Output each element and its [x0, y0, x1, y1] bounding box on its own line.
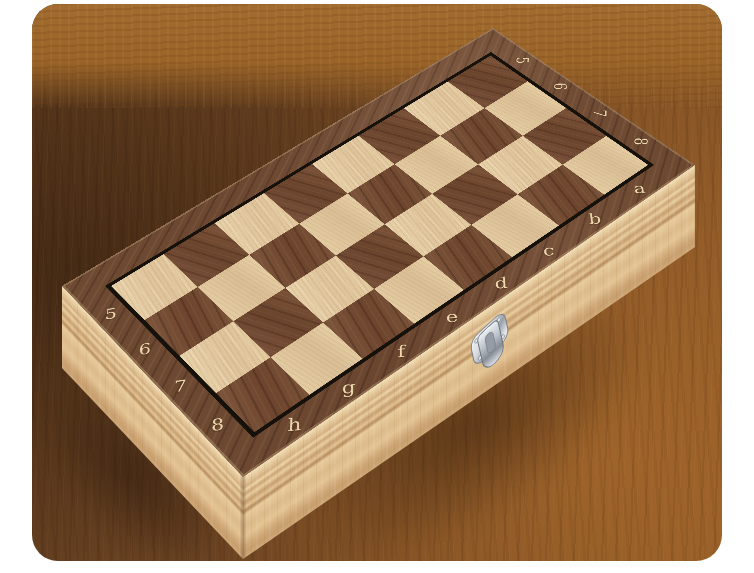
file-label-f: f [388, 341, 414, 363]
file-label-c: c [535, 241, 561, 261]
rank-label-left-8: 8 [204, 412, 230, 436]
product-photo: 56785678hgfedcba [32, 4, 722, 561]
rank-label-right-5: 5 [510, 53, 533, 67]
rank-label-right-8: 8 [628, 134, 651, 150]
file-label-h: h [280, 414, 307, 437]
rank-label-left-7: 7 [167, 374, 193, 397]
rank-label-right-6: 6 [548, 79, 571, 94]
table-far-edge [32, 4, 722, 108]
file-label-e: e [439, 307, 465, 328]
rank-label-left-6: 6 [131, 338, 157, 360]
file-label-d: d [488, 273, 514, 293]
file-label-b: b [581, 210, 607, 229]
file-label-g: g [335, 377, 361, 399]
rank-label-right-7: 7 [587, 106, 610, 121]
page: 56785678hgfedcba [0, 0, 754, 573]
rank-label-left-5: 5 [97, 303, 123, 324]
file-label-a: a [626, 180, 652, 198]
